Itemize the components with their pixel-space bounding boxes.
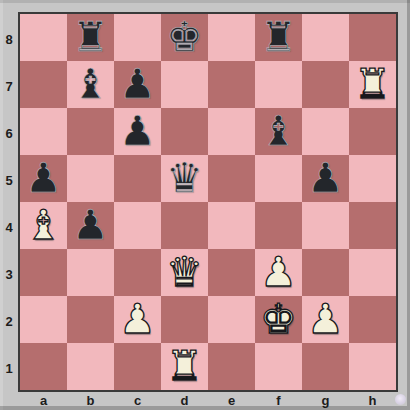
square-h1[interactable] <box>349 343 396 390</box>
square-c5[interactable] <box>114 155 161 202</box>
square-d7[interactable] <box>161 61 208 108</box>
black-bishop-f6[interactable]: ♝ <box>260 108 297 155</box>
white-pawn-f3[interactable]: ♟ <box>260 249 297 296</box>
rank-label-8: 8 <box>0 16 18 63</box>
square-h7[interactable]: ♜ <box>349 61 396 108</box>
square-c7[interactable]: ♟ <box>114 61 161 108</box>
square-e2[interactable] <box>208 296 255 343</box>
black-rook-f8[interactable]: ♜ <box>260 14 297 61</box>
square-a4[interactable]: ♝ <box>20 202 67 249</box>
square-e5[interactable] <box>208 155 255 202</box>
square-f6[interactable]: ♝ <box>255 108 302 155</box>
square-a8[interactable] <box>20 14 67 61</box>
chessboard: ♜♚♜♝♟♜♟♝♟♛♟♝♟♛♟♟♚♟♜ <box>20 14 396 390</box>
square-c4[interactable] <box>114 202 161 249</box>
rank-label-2: 2 <box>0 298 18 345</box>
square-h8[interactable] <box>349 14 396 61</box>
black-pawn-g5[interactable]: ♟ <box>307 155 344 202</box>
square-d1[interactable]: ♜ <box>161 343 208 390</box>
square-c6[interactable]: ♟ <box>114 108 161 155</box>
square-f8[interactable]: ♜ <box>255 14 302 61</box>
file-label-d: d <box>161 390 208 410</box>
square-g6[interactable] <box>302 108 349 155</box>
rank-label-1: 1 <box>0 345 18 392</box>
file-label-f: f <box>255 390 302 410</box>
file-label-c: c <box>114 390 161 410</box>
square-d8[interactable]: ♚ <box>161 14 208 61</box>
chessboard-frame: 87654321 ♜♚♜♝♟♜♟♝♟♛♟♝♟♛♟♟♚♟♜ abcdefgh <box>0 0 410 410</box>
square-c3[interactable] <box>114 249 161 296</box>
square-b8[interactable]: ♜ <box>67 14 114 61</box>
square-f3[interactable]: ♟ <box>255 249 302 296</box>
square-e7[interactable] <box>208 61 255 108</box>
rank-label-7: 7 <box>0 63 18 110</box>
rank-labels: 87654321 <box>0 14 18 390</box>
rank-label-6: 6 <box>0 110 18 157</box>
square-f4[interactable] <box>255 202 302 249</box>
square-a6[interactable] <box>20 108 67 155</box>
square-b4[interactable]: ♟ <box>67 202 114 249</box>
white-pawn-g2[interactable]: ♟ <box>307 296 344 343</box>
square-c1[interactable] <box>114 343 161 390</box>
file-label-a: a <box>20 390 67 410</box>
square-h3[interactable] <box>349 249 396 296</box>
black-pawn-b4[interactable]: ♟ <box>72 202 109 249</box>
square-b2[interactable] <box>67 296 114 343</box>
square-g4[interactable] <box>302 202 349 249</box>
square-h2[interactable] <box>349 296 396 343</box>
square-a7[interactable] <box>20 61 67 108</box>
black-bishop-b7[interactable]: ♝ <box>72 61 109 108</box>
square-d4[interactable] <box>161 202 208 249</box>
white-queen-d3[interactable]: ♛ <box>166 249 203 296</box>
file-label-e: e <box>208 390 255 410</box>
square-h4[interactable] <box>349 202 396 249</box>
white-rook-d1[interactable]: ♜ <box>166 343 203 390</box>
square-g5[interactable]: ♟ <box>302 155 349 202</box>
square-d6[interactable] <box>161 108 208 155</box>
square-e8[interactable] <box>208 14 255 61</box>
file-label-g: g <box>302 390 349 410</box>
black-pawn-c6[interactable]: ♟ <box>119 108 156 155</box>
square-f7[interactable] <box>255 61 302 108</box>
square-a2[interactable] <box>20 296 67 343</box>
black-queen-d5[interactable]: ♛ <box>166 155 203 202</box>
rank-label-5: 5 <box>0 157 18 204</box>
file-label-b: b <box>67 390 114 410</box>
square-g7[interactable] <box>302 61 349 108</box>
square-b3[interactable] <box>67 249 114 296</box>
black-rook-b8[interactable]: ♜ <box>72 14 109 61</box>
square-f1[interactable] <box>255 343 302 390</box>
black-pawn-c7[interactable]: ♟ <box>119 61 156 108</box>
black-king-d8[interactable]: ♚ <box>166 14 203 61</box>
square-e1[interactable] <box>208 343 255 390</box>
white-king-f2[interactable]: ♚ <box>260 296 297 343</box>
square-a3[interactable] <box>20 249 67 296</box>
square-g8[interactable] <box>302 14 349 61</box>
square-b7[interactable]: ♝ <box>67 61 114 108</box>
square-c8[interactable] <box>114 14 161 61</box>
rank-label-4: 4 <box>0 204 18 251</box>
square-h6[interactable] <box>349 108 396 155</box>
square-f5[interactable] <box>255 155 302 202</box>
file-label-h: h <box>349 390 396 410</box>
square-e6[interactable] <box>208 108 255 155</box>
rank-label-3: 3 <box>0 251 18 298</box>
square-h5[interactable] <box>349 155 396 202</box>
chessboard-border: ♜♚♜♝♟♜♟♝♟♛♟♝♟♛♟♟♚♟♜ <box>18 12 398 392</box>
white-bishop-a4[interactable]: ♝ <box>25 202 62 249</box>
square-b5[interactable] <box>67 155 114 202</box>
square-g3[interactable] <box>302 249 349 296</box>
square-a1[interactable] <box>20 343 67 390</box>
file-labels: abcdefgh <box>20 390 396 410</box>
white-rook-h7[interactable]: ♜ <box>354 61 391 108</box>
square-g1[interactable] <box>302 343 349 390</box>
square-e3[interactable] <box>208 249 255 296</box>
square-a5[interactable]: ♟ <box>20 155 67 202</box>
square-d3[interactable]: ♛ <box>161 249 208 296</box>
square-f2[interactable]: ♚ <box>255 296 302 343</box>
square-g2[interactable]: ♟ <box>302 296 349 343</box>
square-e4[interactable] <box>208 202 255 249</box>
square-d2[interactable] <box>161 296 208 343</box>
square-c2[interactable]: ♟ <box>114 296 161 343</box>
white-to-move-indicator-dot <box>395 394 406 405</box>
white-pawn-c2[interactable]: ♟ <box>119 296 156 343</box>
square-b1[interactable] <box>67 343 114 390</box>
black-pawn-a5[interactable]: ♟ <box>25 155 62 202</box>
square-d5[interactable]: ♛ <box>161 155 208 202</box>
square-b6[interactable] <box>67 108 114 155</box>
